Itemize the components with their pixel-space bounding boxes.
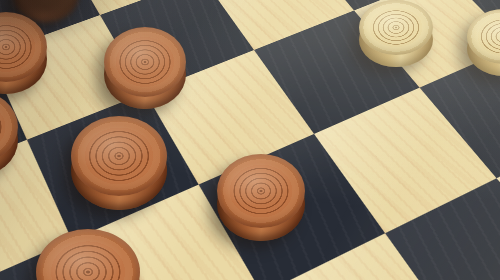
checker-piece-brown[interactable]	[71, 116, 167, 210]
checker-piece-brown[interactable]	[0, 90, 18, 177]
piece-top	[71, 116, 167, 196]
checker-piece-cream[interactable]	[467, 9, 500, 76]
pieces-layer	[0, 0, 500, 280]
checker-piece-brown[interactable]	[36, 229, 140, 280]
piece-top	[359, 0, 433, 55]
checker-piece-brown[interactable]	[217, 154, 305, 241]
checker-piece-cream[interactable]	[359, 0, 433, 67]
checker-piece-brown[interactable]	[0, 12, 47, 94]
piece-top	[36, 229, 140, 280]
piece-top	[104, 27, 186, 97]
checkers-board-photo: Close-up angled photograph of a wooden c…	[0, 0, 500, 280]
piece-top	[217, 154, 305, 228]
checker-piece-brown[interactable]	[104, 27, 186, 109]
